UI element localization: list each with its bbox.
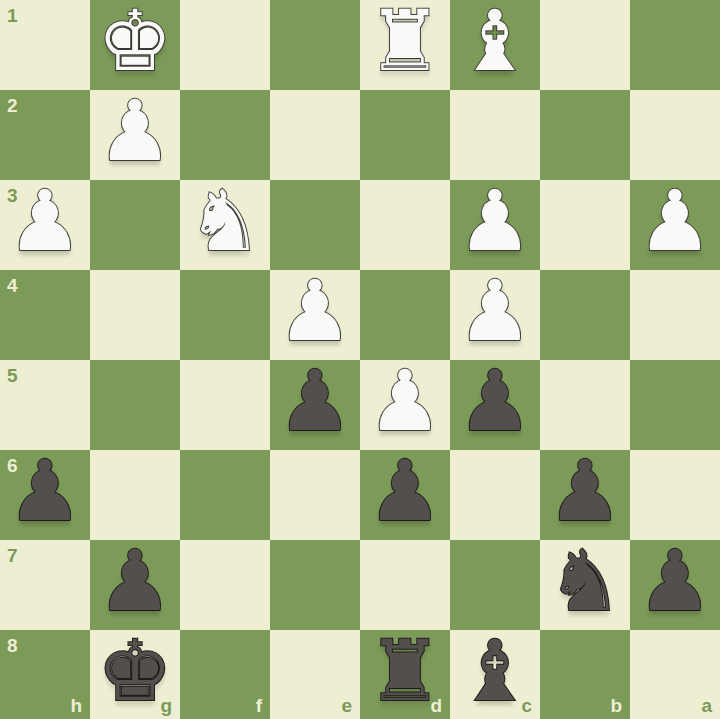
square-d6[interactable]: ♟ [360,450,450,540]
black-pawn[interactable]: ♟ [637,536,712,626]
square-b6[interactable]: ♟ [540,450,630,540]
black-pawn[interactable]: ♟ [457,356,532,446]
square-a6[interactable] [630,450,720,540]
white-pawn[interactable]: ♟ [637,176,712,266]
square-d2[interactable] [360,90,450,180]
square-a4[interactable] [630,270,720,360]
file-label-e: e [341,696,352,715]
square-d8[interactable]: d♜ [360,630,450,719]
chess-board: 1♚♜♝2♟3♟♞♟♟4♟♟5♟♟♟6♟♟♟7♟♞♟8hg♚fed♜c♝ba [0,0,720,719]
rank-label-5: 5 [7,366,18,385]
square-f7[interactable] [180,540,270,630]
square-b2[interactable] [540,90,630,180]
square-f2[interactable] [180,90,270,180]
square-c6[interactable] [450,450,540,540]
square-h6[interactable]: 6♟ [0,450,90,540]
square-a7[interactable]: ♟ [630,540,720,630]
square-e7[interactable] [270,540,360,630]
square-h2[interactable]: 2 [0,90,90,180]
square-c4[interactable]: ♟ [450,270,540,360]
square-f8[interactable]: f [180,630,270,719]
square-e4[interactable]: ♟ [270,270,360,360]
square-d1[interactable]: ♜ [360,0,450,90]
square-e5[interactable]: ♟ [270,360,360,450]
square-g8[interactable]: g♚ [90,630,180,719]
square-h5[interactable]: 5 [0,360,90,450]
black-bishop[interactable]: ♝ [457,626,532,716]
black-rook[interactable]: ♜ [367,626,442,716]
square-g6[interactable] [90,450,180,540]
square-g7[interactable]: ♟ [90,540,180,630]
square-b1[interactable] [540,0,630,90]
square-g3[interactable] [90,180,180,270]
rank-label-4: 4 [7,276,18,295]
white-pawn[interactable]: ♟ [457,266,532,356]
square-c3[interactable]: ♟ [450,180,540,270]
square-h8[interactable]: 8h [0,630,90,719]
square-h3[interactable]: 3♟ [0,180,90,270]
square-h1[interactable]: 1 [0,0,90,90]
square-g1[interactable]: ♚ [90,0,180,90]
file-label-a: a [701,696,712,715]
square-c1[interactable]: ♝ [450,0,540,90]
white-pawn[interactable]: ♟ [97,86,172,176]
white-bishop[interactable]: ♝ [457,0,532,86]
white-pawn[interactable]: ♟ [7,176,82,266]
white-pawn[interactable]: ♟ [367,356,442,446]
square-g4[interactable] [90,270,180,360]
file-label-f: f [256,696,262,715]
square-a8[interactable]: a [630,630,720,719]
rank-label-2: 2 [7,96,18,115]
white-pawn[interactable]: ♟ [457,176,532,266]
white-rook[interactable]: ♜ [367,0,442,86]
square-f5[interactable] [180,360,270,450]
square-c2[interactable] [450,90,540,180]
square-c7[interactable] [450,540,540,630]
square-d3[interactable] [360,180,450,270]
square-d5[interactable]: ♟ [360,360,450,450]
square-h7[interactable]: 7 [0,540,90,630]
square-b7[interactable]: ♞ [540,540,630,630]
black-pawn[interactable]: ♟ [97,536,172,626]
black-pawn[interactable]: ♟ [367,446,442,536]
white-knight[interactable]: ♞ [187,176,262,266]
square-a3[interactable]: ♟ [630,180,720,270]
square-d7[interactable] [360,540,450,630]
rank-label-8: 8 [7,636,18,655]
square-e6[interactable] [270,450,360,540]
square-g2[interactable]: ♟ [90,90,180,180]
square-b3[interactable] [540,180,630,270]
square-f3[interactable]: ♞ [180,180,270,270]
rank-label-1: 1 [7,6,18,25]
square-e2[interactable] [270,90,360,180]
square-a2[interactable] [630,90,720,180]
square-b5[interactable] [540,360,630,450]
square-d4[interactable] [360,270,450,360]
black-knight[interactable]: ♞ [547,536,622,626]
square-f1[interactable] [180,0,270,90]
square-a5[interactable] [630,360,720,450]
square-h4[interactable]: 4 [0,270,90,360]
square-e3[interactable] [270,180,360,270]
square-f6[interactable] [180,450,270,540]
square-c8[interactable]: c♝ [450,630,540,719]
white-pawn[interactable]: ♟ [277,266,352,356]
file-label-h: h [70,696,82,715]
white-king[interactable]: ♚ [97,0,172,86]
square-g5[interactable] [90,360,180,450]
square-e8[interactable]: e [270,630,360,719]
file-label-b: b [610,696,622,715]
black-pawn[interactable]: ♟ [7,446,82,536]
square-b8[interactable]: b [540,630,630,719]
rank-label-7: 7 [7,546,18,565]
black-pawn[interactable]: ♟ [277,356,352,446]
square-f4[interactable] [180,270,270,360]
black-king[interactable]: ♚ [97,626,172,716]
square-c5[interactable]: ♟ [450,360,540,450]
square-b4[interactable] [540,270,630,360]
black-pawn[interactable]: ♟ [547,446,622,536]
square-e1[interactable] [270,0,360,90]
square-a1[interactable] [630,0,720,90]
